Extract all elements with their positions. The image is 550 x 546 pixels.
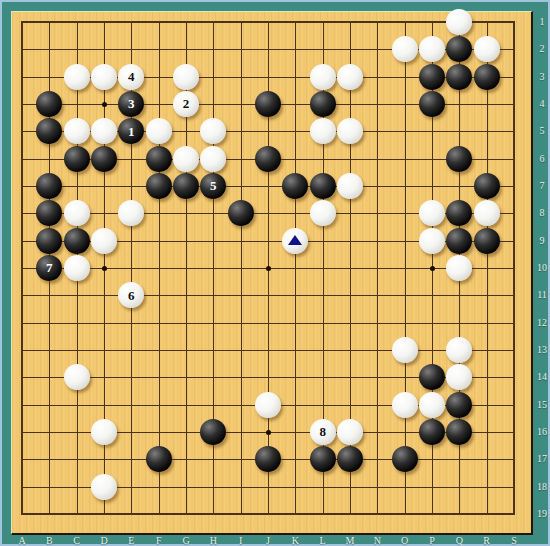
intersection-F7[interactable] — [145, 172, 172, 199]
intersection-P6[interactable] — [418, 145, 445, 172]
intersection-M5[interactable] — [336, 118, 363, 145]
intersection-D18[interactable] — [90, 473, 117, 500]
intersection-P14[interactable] — [418, 364, 445, 391]
intersection-M6[interactable] — [336, 145, 363, 172]
intersection-P15[interactable] — [418, 391, 445, 418]
intersection-M8[interactable] — [336, 200, 363, 227]
intersection-A13[interactable] — [8, 336, 35, 363]
intersection-C15[interactable] — [63, 391, 90, 418]
intersection-S16[interactable] — [500, 418, 527, 445]
intersection-B1[interactable] — [36, 8, 63, 35]
intersection-C3[interactable] — [63, 63, 90, 90]
intersection-J19[interactable] — [254, 500, 281, 527]
intersection-G11[interactable] — [172, 282, 199, 309]
intersection-N15[interactable] — [364, 391, 391, 418]
intersection-J10[interactable] — [254, 254, 281, 281]
intersection-C6[interactable] — [63, 145, 90, 172]
intersection-K7[interactable] — [282, 172, 309, 199]
intersection-K16[interactable] — [282, 418, 309, 445]
intersection-N12[interactable] — [364, 309, 391, 336]
intersection-B15[interactable] — [36, 391, 63, 418]
intersection-J3[interactable] — [254, 63, 281, 90]
intersection-K12[interactable] — [282, 309, 309, 336]
intersection-F13[interactable] — [145, 336, 172, 363]
intersection-G8[interactable] — [172, 200, 199, 227]
intersection-Q10[interactable] — [446, 254, 473, 281]
intersection-K13[interactable] — [282, 336, 309, 363]
intersection-O11[interactable] — [391, 282, 418, 309]
intersection-L14[interactable] — [309, 364, 336, 391]
intersection-N19[interactable] — [364, 500, 391, 527]
intersection-M1[interactable] — [336, 8, 363, 35]
intersection-R13[interactable] — [473, 336, 500, 363]
intersection-R14[interactable] — [473, 364, 500, 391]
intersection-D1[interactable] — [90, 8, 117, 35]
intersection-J2[interactable] — [254, 36, 281, 63]
intersection-L2[interactable] — [309, 36, 336, 63]
intersection-H18[interactable] — [200, 473, 227, 500]
intersection-M13[interactable] — [336, 336, 363, 363]
intersection-P3[interactable] — [418, 63, 445, 90]
intersection-J15[interactable] — [254, 391, 281, 418]
intersection-R15[interactable] — [473, 391, 500, 418]
intersection-S17[interactable] — [500, 446, 527, 473]
intersection-D10[interactable] — [90, 254, 117, 281]
intersection-I4[interactable] — [227, 90, 254, 117]
intersection-R3[interactable] — [473, 63, 500, 90]
intersection-P12[interactable] — [418, 309, 445, 336]
intersection-J18[interactable] — [254, 473, 281, 500]
intersection-F9[interactable] — [145, 227, 172, 254]
intersection-L17[interactable] — [309, 446, 336, 473]
intersection-I3[interactable] — [227, 63, 254, 90]
intersection-E13[interactable] — [118, 336, 145, 363]
intersection-L5[interactable] — [309, 118, 336, 145]
intersection-H14[interactable] — [200, 364, 227, 391]
intersection-S15[interactable] — [500, 391, 527, 418]
intersection-A17[interactable] — [8, 446, 35, 473]
intersection-P18[interactable] — [418, 473, 445, 500]
intersection-I12[interactable] — [227, 309, 254, 336]
intersection-M11[interactable] — [336, 282, 363, 309]
intersection-H8[interactable] — [200, 200, 227, 227]
intersection-H3[interactable] — [200, 63, 227, 90]
intersection-O2[interactable] — [391, 36, 418, 63]
intersection-A7[interactable] — [8, 172, 35, 199]
intersection-F6[interactable] — [145, 145, 172, 172]
intersection-K10[interactable] — [282, 254, 309, 281]
intersection-Q2[interactable] — [446, 36, 473, 63]
intersection-Q12[interactable] — [446, 309, 473, 336]
intersection-O8[interactable] — [391, 200, 418, 227]
intersection-R12[interactable] — [473, 309, 500, 336]
intersection-O10[interactable] — [391, 254, 418, 281]
intersection-A15[interactable] — [8, 391, 35, 418]
intersection-J12[interactable] — [254, 309, 281, 336]
intersection-B12[interactable] — [36, 309, 63, 336]
intersection-A10[interactable] — [8, 254, 35, 281]
intersection-C10[interactable] — [63, 254, 90, 281]
intersection-G19[interactable] — [172, 500, 199, 527]
intersection-H13[interactable] — [200, 336, 227, 363]
intersection-J9[interactable] — [254, 227, 281, 254]
intersection-F12[interactable] — [145, 309, 172, 336]
intersection-S14[interactable] — [500, 364, 527, 391]
intersection-C17[interactable] — [63, 446, 90, 473]
intersection-L15[interactable] — [309, 391, 336, 418]
intersection-N8[interactable] — [364, 200, 391, 227]
intersection-L3[interactable] — [309, 63, 336, 90]
intersection-P17[interactable] — [418, 446, 445, 473]
intersection-E10[interactable] — [118, 254, 145, 281]
intersection-H9[interactable] — [200, 227, 227, 254]
intersection-L12[interactable] — [309, 309, 336, 336]
intersection-O5[interactable] — [391, 118, 418, 145]
intersection-R2[interactable] — [473, 36, 500, 63]
intersection-I11[interactable] — [227, 282, 254, 309]
intersection-I7[interactable] — [227, 172, 254, 199]
intersection-O17[interactable] — [391, 446, 418, 473]
intersection-G17[interactable] — [172, 446, 199, 473]
intersection-G1[interactable] — [172, 8, 199, 35]
intersection-H16[interactable] — [200, 418, 227, 445]
intersection-G10[interactable] — [172, 254, 199, 281]
intersection-I18[interactable] — [227, 473, 254, 500]
intersection-B16[interactable] — [36, 418, 63, 445]
intersection-A8[interactable] — [8, 200, 35, 227]
intersection-R10[interactable] — [473, 254, 500, 281]
intersection-E9[interactable] — [118, 227, 145, 254]
intersection-F8[interactable] — [145, 200, 172, 227]
intersection-A16[interactable] — [8, 418, 35, 445]
intersection-R18[interactable] — [473, 473, 500, 500]
intersection-G2[interactable] — [172, 36, 199, 63]
intersection-D7[interactable] — [90, 172, 117, 199]
intersection-C9[interactable] — [63, 227, 90, 254]
intersection-K8[interactable] — [282, 200, 309, 227]
intersection-D15[interactable] — [90, 391, 117, 418]
intersection-N4[interactable] — [364, 90, 391, 117]
intersection-F10[interactable] — [145, 254, 172, 281]
intersection-Q11[interactable] — [446, 282, 473, 309]
intersection-S1[interactable] — [500, 8, 527, 35]
intersection-D5[interactable] — [90, 118, 117, 145]
intersection-L19[interactable] — [309, 500, 336, 527]
intersection-M18[interactable] — [336, 473, 363, 500]
intersection-Q6[interactable] — [446, 145, 473, 172]
intersection-I15[interactable] — [227, 391, 254, 418]
intersection-B4[interactable] — [36, 90, 63, 117]
intersection-E7[interactable] — [118, 172, 145, 199]
intersection-L10[interactable] — [309, 254, 336, 281]
intersection-R1[interactable] — [473, 8, 500, 35]
intersection-Q15[interactable] — [446, 391, 473, 418]
intersection-Q17[interactable] — [446, 446, 473, 473]
intersection-K5[interactable] — [282, 118, 309, 145]
intersection-Q4[interactable] — [446, 90, 473, 117]
intersection-O14[interactable] — [391, 364, 418, 391]
intersection-G6[interactable] — [172, 145, 199, 172]
intersection-I19[interactable] — [227, 500, 254, 527]
intersection-L9[interactable] — [309, 227, 336, 254]
intersection-F1[interactable] — [145, 8, 172, 35]
intersection-P4[interactable] — [418, 90, 445, 117]
intersection-B17[interactable] — [36, 446, 63, 473]
intersection-P1[interactable] — [418, 8, 445, 35]
intersection-M3[interactable] — [336, 63, 363, 90]
intersection-R7[interactable] — [473, 172, 500, 199]
intersection-L11[interactable] — [309, 282, 336, 309]
intersection-A14[interactable] — [8, 364, 35, 391]
intersection-N16[interactable] — [364, 418, 391, 445]
intersection-F17[interactable] — [145, 446, 172, 473]
intersection-A2[interactable] — [8, 36, 35, 63]
intersection-O9[interactable] — [391, 227, 418, 254]
intersection-Q8[interactable] — [446, 200, 473, 227]
intersection-R6[interactable] — [473, 145, 500, 172]
intersection-A1[interactable] — [8, 8, 35, 35]
intersection-K15[interactable] — [282, 391, 309, 418]
intersection-L8[interactable] — [309, 200, 336, 227]
intersection-I16[interactable] — [227, 418, 254, 445]
intersection-O1[interactable] — [391, 8, 418, 35]
intersection-M12[interactable] — [336, 309, 363, 336]
intersection-F4[interactable] — [145, 90, 172, 117]
intersection-O16[interactable] — [391, 418, 418, 445]
intersection-F5[interactable] — [145, 118, 172, 145]
intersection-D11[interactable] — [90, 282, 117, 309]
intersection-F18[interactable] — [145, 473, 172, 500]
intersection-G5[interactable] — [172, 118, 199, 145]
intersection-K17[interactable] — [282, 446, 309, 473]
intersection-N2[interactable] — [364, 36, 391, 63]
intersection-S8[interactable] — [500, 200, 527, 227]
intersection-N6[interactable] — [364, 145, 391, 172]
intersection-D19[interactable] — [90, 500, 117, 527]
intersection-D8[interactable] — [90, 200, 117, 227]
intersection-E14[interactable] — [118, 364, 145, 391]
intersection-I10[interactable] — [227, 254, 254, 281]
intersection-B9[interactable] — [36, 227, 63, 254]
intersection-B5[interactable] — [36, 118, 63, 145]
intersection-P19[interactable] — [418, 500, 445, 527]
intersection-P5[interactable] — [418, 118, 445, 145]
intersection-H10[interactable] — [200, 254, 227, 281]
intersection-N14[interactable] — [364, 364, 391, 391]
intersection-J4[interactable] — [254, 90, 281, 117]
intersection-Q9[interactable] — [446, 227, 473, 254]
intersection-G3[interactable] — [172, 63, 199, 90]
intersection-D13[interactable] — [90, 336, 117, 363]
intersection-D9[interactable] — [90, 227, 117, 254]
intersection-N7[interactable] — [364, 172, 391, 199]
intersection-E15[interactable] — [118, 391, 145, 418]
intersection-H1[interactable] — [200, 8, 227, 35]
intersection-D6[interactable] — [90, 145, 117, 172]
intersection-I8[interactable] — [227, 200, 254, 227]
intersection-B7[interactable] — [36, 172, 63, 199]
intersection-O19[interactable] — [391, 500, 418, 527]
intersection-E16[interactable] — [118, 418, 145, 445]
intersection-C14[interactable] — [63, 364, 90, 391]
intersection-R9[interactable] — [473, 227, 500, 254]
intersection-L6[interactable] — [309, 145, 336, 172]
intersection-E1[interactable] — [118, 8, 145, 35]
intersection-B19[interactable] — [36, 500, 63, 527]
intersection-F19[interactable] — [145, 500, 172, 527]
intersection-D4[interactable] — [90, 90, 117, 117]
intersection-P7[interactable] — [418, 172, 445, 199]
intersection-I13[interactable] — [227, 336, 254, 363]
intersection-B18[interactable] — [36, 473, 63, 500]
intersection-C8[interactable] — [63, 200, 90, 227]
intersection-M2[interactable] — [336, 36, 363, 63]
intersection-L7[interactable] — [309, 172, 336, 199]
intersection-E17[interactable] — [118, 446, 145, 473]
intersection-B6[interactable] — [36, 145, 63, 172]
intersection-C4[interactable] — [63, 90, 90, 117]
intersection-H5[interactable] — [200, 118, 227, 145]
intersection-H6[interactable] — [200, 145, 227, 172]
intersection-E18[interactable] — [118, 473, 145, 500]
intersection-L16[interactable]: 8 — [309, 418, 336, 445]
intersection-G15[interactable] — [172, 391, 199, 418]
intersection-G12[interactable] — [172, 309, 199, 336]
intersection-K18[interactable] — [282, 473, 309, 500]
intersection-I17[interactable] — [227, 446, 254, 473]
intersection-J6[interactable] — [254, 145, 281, 172]
intersection-G16[interactable] — [172, 418, 199, 445]
intersection-S6[interactable] — [500, 145, 527, 172]
intersection-G9[interactable] — [172, 227, 199, 254]
intersection-B2[interactable] — [36, 36, 63, 63]
intersection-P8[interactable] — [418, 200, 445, 227]
intersection-O3[interactable] — [391, 63, 418, 90]
intersection-J7[interactable] — [254, 172, 281, 199]
intersection-J8[interactable] — [254, 200, 281, 227]
intersection-M7[interactable] — [336, 172, 363, 199]
intersection-K6[interactable] — [282, 145, 309, 172]
intersection-K19[interactable] — [282, 500, 309, 527]
intersection-H2[interactable] — [200, 36, 227, 63]
intersection-G14[interactable] — [172, 364, 199, 391]
intersection-S3[interactable] — [500, 63, 527, 90]
intersection-F2[interactable] — [145, 36, 172, 63]
intersection-D3[interactable] — [90, 63, 117, 90]
intersection-Q5[interactable] — [446, 118, 473, 145]
intersection-B3[interactable] — [36, 63, 63, 90]
intersection-P16[interactable] — [418, 418, 445, 445]
intersection-K14[interactable] — [282, 364, 309, 391]
intersection-K2[interactable] — [282, 36, 309, 63]
intersection-A6[interactable] — [8, 145, 35, 172]
intersection-G4[interactable]: 2 — [172, 90, 199, 117]
intersection-S12[interactable] — [500, 309, 527, 336]
intersection-J16[interactable] — [254, 418, 281, 445]
intersection-Q19[interactable] — [446, 500, 473, 527]
intersection-S18[interactable] — [500, 473, 527, 500]
intersection-D14[interactable] — [90, 364, 117, 391]
intersection-S13[interactable] — [500, 336, 527, 363]
intersection-E19[interactable] — [118, 500, 145, 527]
intersection-K11[interactable] — [282, 282, 309, 309]
intersection-F16[interactable] — [145, 418, 172, 445]
intersection-M16[interactable] — [336, 418, 363, 445]
intersection-B14[interactable] — [36, 364, 63, 391]
intersection-L13[interactable] — [309, 336, 336, 363]
intersection-C12[interactable] — [63, 309, 90, 336]
intersection-P11[interactable] — [418, 282, 445, 309]
intersection-E3[interactable]: 4 — [118, 63, 145, 90]
intersection-L18[interactable] — [309, 473, 336, 500]
intersection-L1[interactable] — [309, 8, 336, 35]
intersection-J13[interactable] — [254, 336, 281, 363]
intersection-C13[interactable] — [63, 336, 90, 363]
intersection-G13[interactable] — [172, 336, 199, 363]
intersection-C1[interactable] — [63, 8, 90, 35]
intersection-J5[interactable] — [254, 118, 281, 145]
intersection-S4[interactable] — [500, 90, 527, 117]
intersection-I2[interactable] — [227, 36, 254, 63]
intersection-O7[interactable] — [391, 172, 418, 199]
intersection-A18[interactable] — [8, 473, 35, 500]
intersection-Q14[interactable] — [446, 364, 473, 391]
intersection-A9[interactable] — [8, 227, 35, 254]
intersection-N1[interactable] — [364, 8, 391, 35]
intersection-N5[interactable] — [364, 118, 391, 145]
intersection-D17[interactable] — [90, 446, 117, 473]
intersection-O18[interactable] — [391, 473, 418, 500]
intersection-F15[interactable] — [145, 391, 172, 418]
intersection-Q3[interactable] — [446, 63, 473, 90]
intersection-N13[interactable] — [364, 336, 391, 363]
intersection-S7[interactable] — [500, 172, 527, 199]
intersection-O4[interactable] — [391, 90, 418, 117]
intersection-C19[interactable] — [63, 500, 90, 527]
intersection-D16[interactable] — [90, 418, 117, 445]
intersection-M17[interactable] — [336, 446, 363, 473]
intersection-O15[interactable] — [391, 391, 418, 418]
intersection-P13[interactable] — [418, 336, 445, 363]
intersection-N3[interactable] — [364, 63, 391, 90]
intersection-D12[interactable] — [90, 309, 117, 336]
intersection-J11[interactable] — [254, 282, 281, 309]
intersection-M9[interactable] — [336, 227, 363, 254]
intersection-R19[interactable] — [473, 500, 500, 527]
intersection-B13[interactable] — [36, 336, 63, 363]
intersection-M4[interactable] — [336, 90, 363, 117]
intersection-B10[interactable]: 7 — [36, 254, 63, 281]
intersection-I6[interactable] — [227, 145, 254, 172]
intersection-G7[interactable] — [172, 172, 199, 199]
intersection-A5[interactable] — [8, 118, 35, 145]
intersection-F3[interactable] — [145, 63, 172, 90]
intersection-C16[interactable] — [63, 418, 90, 445]
intersection-P9[interactable] — [418, 227, 445, 254]
intersection-E2[interactable] — [118, 36, 145, 63]
intersection-A11[interactable] — [8, 282, 35, 309]
intersection-Q13[interactable] — [446, 336, 473, 363]
intersection-J17[interactable] — [254, 446, 281, 473]
intersection-J1[interactable] — [254, 8, 281, 35]
intersection-P10[interactable] — [418, 254, 445, 281]
intersection-B8[interactable] — [36, 200, 63, 227]
intersection-C5[interactable] — [63, 118, 90, 145]
intersection-Q1[interactable] — [446, 8, 473, 35]
intersection-I9[interactable] — [227, 227, 254, 254]
intersection-K9[interactable] — [282, 227, 309, 254]
intersection-H17[interactable] — [200, 446, 227, 473]
